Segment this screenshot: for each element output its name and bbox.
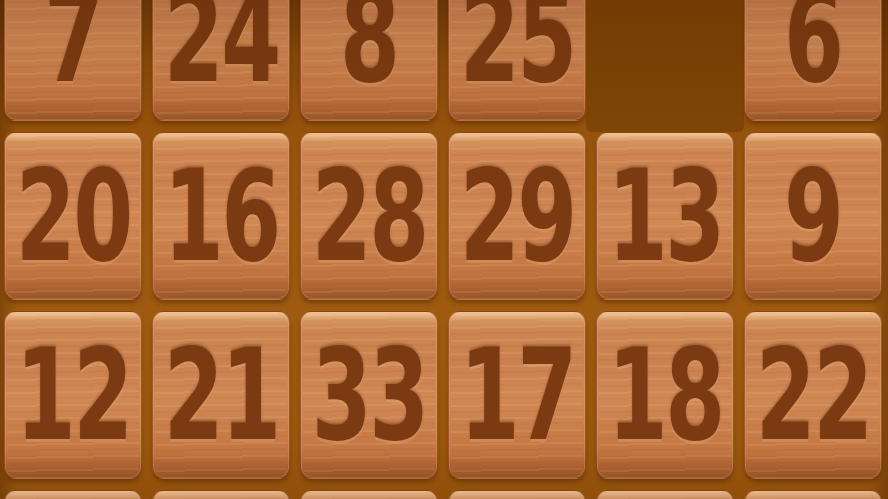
tile-label: 33: [312, 331, 427, 458]
tile-row4-col5[interactable]: [596, 490, 734, 499]
tile-29[interactable]: 29: [448, 132, 586, 300]
tile-6[interactable]: 6: [744, 0, 882, 121]
tile-12[interactable]: 12: [4, 311, 142, 479]
tile-grid: 7 24 8 25 6 20 16 28 29 13 9: [0, 0, 882, 499]
tile-row4-col4[interactable]: [448, 490, 586, 499]
tile-row4-col6[interactable]: [744, 490, 882, 499]
empty-slot: [596, 0, 734, 121]
tile-label: 9: [784, 152, 841, 279]
tile-22[interactable]: 22: [744, 311, 882, 479]
tile-row4-col3[interactable]: [300, 490, 438, 499]
tile-label: 28: [312, 152, 427, 279]
tile-label: 22: [756, 331, 871, 458]
tile-20[interactable]: 20: [4, 132, 142, 300]
tile-label: 6: [784, 0, 841, 101]
tile-9[interactable]: 9: [744, 132, 882, 300]
tile-label: 8: [340, 0, 397, 101]
tile-21[interactable]: 21: [152, 311, 290, 479]
tile-28[interactable]: 28: [300, 132, 438, 300]
tile-7[interactable]: 7: [4, 0, 142, 121]
tile-label: 16: [164, 152, 279, 279]
tile-16[interactable]: 16: [152, 132, 290, 300]
tile-label: 17: [460, 331, 575, 458]
tile-13[interactable]: 13: [596, 132, 734, 300]
tile-label: 7: [44, 0, 101, 101]
puzzle-board: 7 24 8 25 6 20 16 28 29 13 9: [0, 0, 888, 499]
tile-18[interactable]: 18: [596, 311, 734, 479]
tile-label: 24: [164, 0, 279, 101]
tile-25[interactable]: 25: [448, 0, 586, 121]
tile-row4-col1[interactable]: [4, 490, 142, 499]
tile-8[interactable]: 8: [300, 0, 438, 121]
tile-label: 20: [16, 152, 131, 279]
tile-label: 29: [460, 152, 575, 279]
tile-label: 12: [16, 331, 131, 458]
tile-label: 21: [164, 331, 279, 458]
tile-33[interactable]: 33: [300, 311, 438, 479]
tile-label: 25: [460, 0, 575, 101]
tile-row4-col2[interactable]: [152, 490, 290, 499]
tile-label: 18: [608, 331, 723, 458]
tile-label: 13: [608, 152, 723, 279]
tile-24[interactable]: 24: [152, 0, 290, 121]
tile-17[interactable]: 17: [448, 311, 586, 479]
